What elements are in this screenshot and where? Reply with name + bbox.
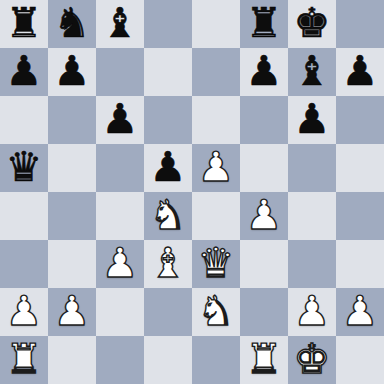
square-h4[interactable] [336, 192, 384, 240]
square-a7[interactable]: ♟ [0, 48, 48, 96]
chess-board: ♜♞♝♜♚♟♟♟♝♟♟♟♛♟♟♞♟♟♝♛♟♟♞♟♟♜♜♚ [0, 0, 384, 384]
square-c7[interactable] [96, 48, 144, 96]
square-b8[interactable]: ♞ [48, 0, 96, 48]
square-g7[interactable]: ♝ [288, 48, 336, 96]
square-g3[interactable] [288, 240, 336, 288]
square-b2[interactable]: ♟ [48, 288, 96, 336]
square-b6[interactable] [48, 96, 96, 144]
black-king[interactable]: ♚ [294, 0, 331, 47]
white-knight[interactable]: ♞ [150, 191, 187, 239]
white-bishop[interactable]: ♝ [150, 239, 187, 287]
black-pawn[interactable]: ♟ [294, 95, 331, 143]
square-c8[interactable]: ♝ [96, 0, 144, 48]
white-pawn[interactable]: ♟ [54, 287, 91, 335]
square-g1[interactable]: ♚ [288, 336, 336, 384]
square-g8[interactable]: ♚ [288, 0, 336, 48]
square-f8[interactable]: ♜ [240, 0, 288, 48]
square-c2[interactable] [96, 288, 144, 336]
square-d5[interactable]: ♟ [144, 144, 192, 192]
white-pawn[interactable]: ♟ [342, 287, 379, 335]
square-f4[interactable]: ♟ [240, 192, 288, 240]
white-pawn[interactable]: ♟ [198, 143, 235, 191]
square-h1[interactable] [336, 336, 384, 384]
black-pawn[interactable]: ♟ [150, 143, 187, 191]
black-pawn[interactable]: ♟ [54, 47, 91, 95]
white-rook[interactable]: ♜ [246, 335, 283, 383]
square-c6[interactable]: ♟ [96, 96, 144, 144]
square-f6[interactable] [240, 96, 288, 144]
square-f7[interactable]: ♟ [240, 48, 288, 96]
square-e8[interactable] [192, 0, 240, 48]
black-knight[interactable]: ♞ [54, 0, 91, 47]
white-knight[interactable]: ♞ [198, 287, 235, 335]
square-d3[interactable]: ♝ [144, 240, 192, 288]
square-a5[interactable]: ♛ [0, 144, 48, 192]
square-a4[interactable] [0, 192, 48, 240]
square-b1[interactable] [48, 336, 96, 384]
square-h2[interactable]: ♟ [336, 288, 384, 336]
square-e6[interactable] [192, 96, 240, 144]
square-h7[interactable]: ♟ [336, 48, 384, 96]
white-rook[interactable]: ♜ [6, 335, 43, 383]
square-g2[interactable]: ♟ [288, 288, 336, 336]
square-e5[interactable]: ♟ [192, 144, 240, 192]
white-queen[interactable]: ♛ [198, 239, 235, 287]
square-e7[interactable] [192, 48, 240, 96]
square-a2[interactable]: ♟ [0, 288, 48, 336]
square-g5[interactable] [288, 144, 336, 192]
square-b5[interactable] [48, 144, 96, 192]
square-e2[interactable]: ♞ [192, 288, 240, 336]
black-bishop[interactable]: ♝ [294, 47, 331, 95]
white-pawn[interactable]: ♟ [246, 191, 283, 239]
square-h8[interactable] [336, 0, 384, 48]
square-h6[interactable] [336, 96, 384, 144]
white-pawn[interactable]: ♟ [102, 239, 139, 287]
square-a6[interactable] [0, 96, 48, 144]
square-d6[interactable] [144, 96, 192, 144]
square-c1[interactable] [96, 336, 144, 384]
square-c5[interactable] [96, 144, 144, 192]
square-e4[interactable] [192, 192, 240, 240]
black-pawn[interactable]: ♟ [246, 47, 283, 95]
square-h3[interactable] [336, 240, 384, 288]
black-bishop[interactable]: ♝ [102, 0, 139, 47]
white-pawn[interactable]: ♟ [294, 287, 331, 335]
square-e3[interactable]: ♛ [192, 240, 240, 288]
square-d4[interactable]: ♞ [144, 192, 192, 240]
square-b3[interactable] [48, 240, 96, 288]
square-e1[interactable] [192, 336, 240, 384]
black-queen[interactable]: ♛ [6, 143, 43, 191]
square-a1[interactable]: ♜ [0, 336, 48, 384]
black-pawn[interactable]: ♟ [342, 47, 379, 95]
square-f1[interactable]: ♜ [240, 336, 288, 384]
square-h5[interactable] [336, 144, 384, 192]
square-d8[interactable] [144, 0, 192, 48]
square-f2[interactable] [240, 288, 288, 336]
square-d1[interactable] [144, 336, 192, 384]
white-king[interactable]: ♚ [294, 335, 331, 383]
square-c4[interactable] [96, 192, 144, 240]
square-d7[interactable] [144, 48, 192, 96]
square-g4[interactable] [288, 192, 336, 240]
black-pawn[interactable]: ♟ [6, 47, 43, 95]
black-pawn[interactable]: ♟ [102, 95, 139, 143]
square-b7[interactable]: ♟ [48, 48, 96, 96]
square-d2[interactable] [144, 288, 192, 336]
white-pawn[interactable]: ♟ [6, 287, 43, 335]
square-a3[interactable] [0, 240, 48, 288]
square-g6[interactable]: ♟ [288, 96, 336, 144]
square-f5[interactable] [240, 144, 288, 192]
square-f3[interactable] [240, 240, 288, 288]
square-b4[interactable] [48, 192, 96, 240]
black-rook[interactable]: ♜ [246, 0, 283, 47]
square-a8[interactable]: ♜ [0, 0, 48, 48]
square-c3[interactable]: ♟ [96, 240, 144, 288]
black-rook[interactable]: ♜ [6, 0, 43, 47]
